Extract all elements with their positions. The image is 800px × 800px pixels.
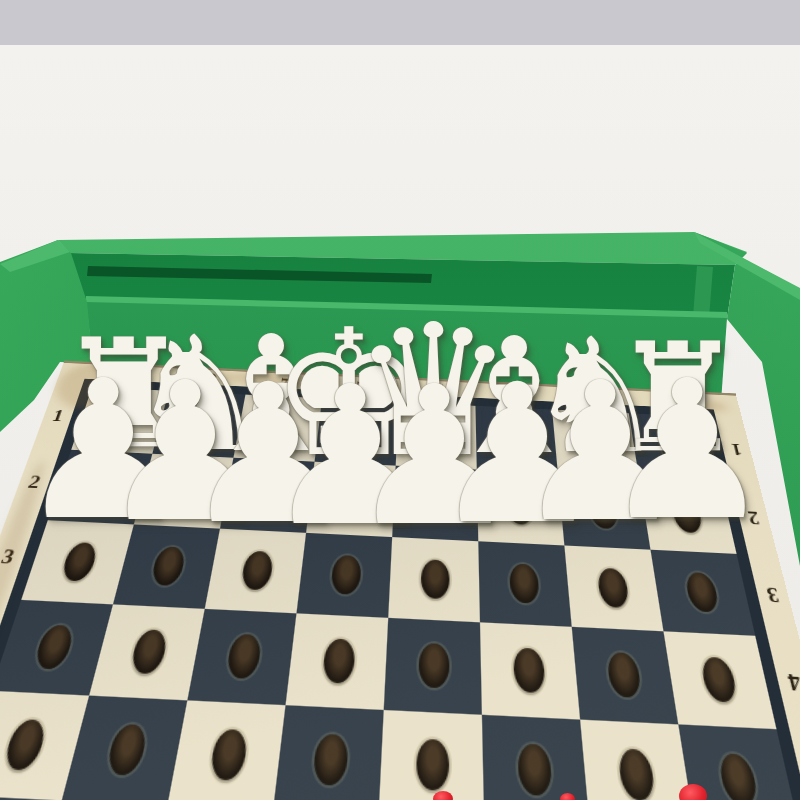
peg-hole [415, 738, 448, 791]
peg-hole [1, 718, 49, 770]
peg-hole [699, 656, 738, 702]
square-b5[interactable] [580, 720, 695, 800]
square-e5[interactable] [273, 705, 384, 800]
peg-hole [516, 743, 551, 796]
peg-hole [717, 752, 760, 800]
peg-hole [418, 642, 449, 688]
pocket-chess-scene: HGFEDCBA12341234 ♜♞♝♚♛♝♞♜♟♟♟♟♟♟♟♟ [0, 0, 800, 800]
peg-hole [128, 628, 168, 673]
square-f5[interactable] [167, 700, 285, 800]
peg-hole [512, 647, 545, 693]
peg-hole [312, 733, 349, 785]
peg-hole [225, 633, 262, 678]
peg-hole [683, 571, 719, 612]
square-c5[interactable] [482, 715, 590, 800]
peg-hole [32, 624, 75, 669]
peg-hole [321, 638, 355, 684]
peg-hole [508, 563, 539, 603]
peg-hole [104, 723, 148, 775]
square-e4[interactable] [286, 613, 389, 710]
square-f4[interactable] [187, 609, 296, 705]
square-b4[interactable] [572, 627, 679, 725]
background-wall-top-band [0, 0, 800, 45]
square-d5[interactable] [379, 710, 485, 800]
white-pawn-a2[interactable]: ♟ [601, 355, 773, 547]
square-c4[interactable] [480, 622, 580, 719]
red-piece-top-1[interactable] [433, 791, 453, 800]
peg-hole [208, 728, 248, 780]
peg-hole [606, 651, 642, 697]
square-d4[interactable] [384, 618, 482, 715]
peg-hole [616, 748, 655, 800]
red-piece-top-2[interactable] [560, 793, 575, 800]
peg-hole [596, 567, 629, 607]
